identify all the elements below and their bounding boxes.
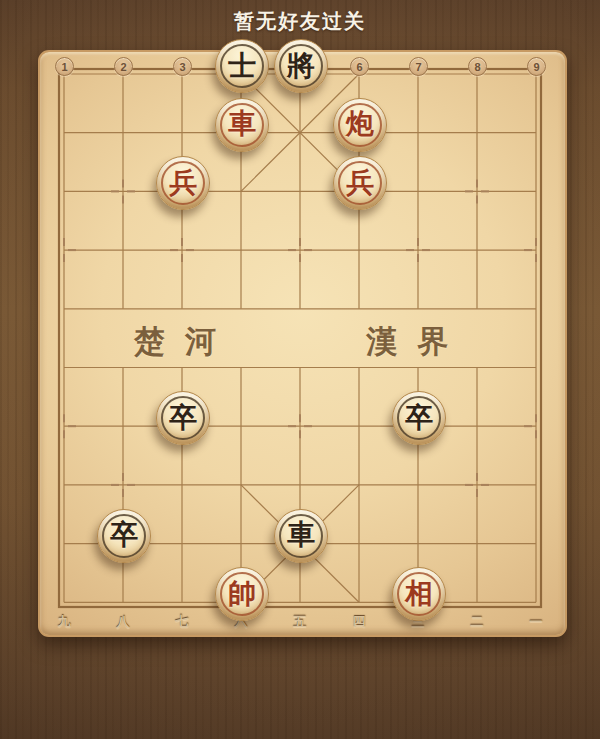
file-label-top: 6 — [350, 57, 369, 76]
file-label-bottom: 一 — [524, 613, 548, 631]
file-label-top: 2 — [114, 57, 133, 76]
red-cannon-piece[interactable]: 炮 — [333, 98, 387, 152]
file-label-top: 1 — [55, 57, 74, 76]
red-soldier-piece[interactable]: 兵 — [156, 156, 210, 210]
black-soldier-piece[interactable]: 卒 — [392, 391, 446, 445]
file-label-bottom: 九 — [52, 613, 76, 631]
piece-character: 卒 — [169, 404, 197, 433]
file-label-bottom: 二 — [465, 613, 489, 631]
piece-character: 兵 — [169, 169, 197, 198]
file-label-top: 7 — [409, 57, 428, 76]
red-soldier-piece[interactable]: 兵 — [333, 156, 387, 210]
black-soldier-piece[interactable]: 卒 — [97, 509, 151, 563]
file-label-top: 8 — [468, 57, 487, 76]
black-soldier-piece[interactable]: 卒 — [156, 391, 210, 445]
river-label-left: 楚河 — [134, 321, 236, 363]
piece-character: 車 — [228, 110, 256, 139]
piece-character: 車 — [287, 521, 315, 550]
river-label-right: 漢界 — [366, 321, 468, 363]
piece-character: 炮 — [346, 110, 374, 139]
file-label-bottom: 八 — [111, 613, 135, 631]
file-label-bottom: 四 — [347, 613, 371, 631]
piece-character: 相 — [405, 580, 433, 609]
xiangqi-board[interactable]: 123456789 九八七六五四三二一 楚河 漢界 士將車炮兵兵卒卒卒車帥相 — [38, 50, 567, 637]
black-general-piece[interactable]: 將 — [274, 39, 328, 93]
file-label-bottom: 七 — [170, 613, 194, 631]
piece-character: 將 — [287, 52, 315, 81]
piece-character: 帥 — [228, 580, 256, 609]
piece-character: 卒 — [405, 404, 433, 433]
piece-character: 兵 — [346, 169, 374, 198]
app-screen: 暂无好友过关 123456789 九八七六五四三二一 楚河 漢界 士將車炮兵兵卒… — [0, 0, 600, 739]
file-label-bottom: 五 — [288, 613, 312, 631]
page-title: 暂无好友过关 — [0, 8, 600, 35]
piece-character: 卒 — [110, 521, 138, 550]
red-elephant-piece[interactable]: 相 — [392, 567, 446, 621]
black-chariot-piece[interactable]: 車 — [274, 509, 328, 563]
red-chariot-piece[interactable]: 車 — [215, 98, 269, 152]
black-advisor-piece[interactable]: 士 — [215, 39, 269, 93]
file-label-top: 9 — [527, 57, 546, 76]
red-general-piece[interactable]: 帥 — [215, 567, 269, 621]
file-label-top: 3 — [173, 57, 192, 76]
piece-character: 士 — [228, 52, 256, 81]
